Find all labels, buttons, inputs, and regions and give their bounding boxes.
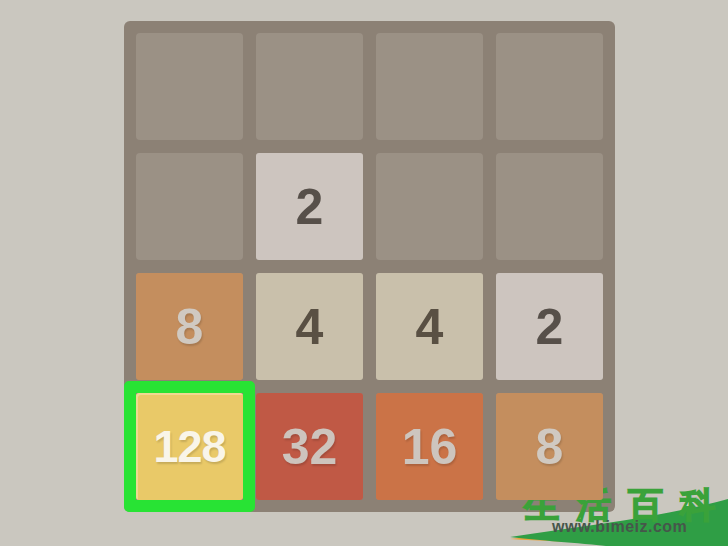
tile-32: 32 [256, 393, 363, 500]
cell-r1c1: 2 [256, 153, 363, 260]
cell-r3c0: 128 [136, 393, 243, 500]
board-grid: 2 8 4 4 2 128 32 16 8 [136, 33, 603, 500]
cell-r2c2: 4 [376, 273, 483, 380]
tile-4: 4 [256, 273, 363, 380]
cell-r0c3 [496, 33, 603, 140]
cell-r0c0 [136, 33, 243, 140]
tile-8: 8 [496, 393, 603, 500]
cell-r0c1 [256, 33, 363, 140]
cell-r0c2 [376, 33, 483, 140]
watermark-url-text: www.bimeiz.com [552, 518, 687, 536]
cell-r3c3: 8 [496, 393, 603, 500]
cell-r1c2 [376, 153, 483, 260]
cell-r1c3 [496, 153, 603, 260]
cell-r3c2: 16 [376, 393, 483, 500]
cell-r1c0 [136, 153, 243, 260]
page: 2 8 4 4 2 128 32 16 8 生活百科 www.bimeiz.co… [0, 0, 728, 546]
tile-2: 2 [256, 153, 363, 260]
cell-r2c0: 8 [136, 273, 243, 380]
tile-128: 128 [136, 393, 243, 500]
cell-r2c3: 2 [496, 273, 603, 380]
tile-8: 8 [136, 273, 243, 380]
cell-r3c1: 32 [256, 393, 363, 500]
tile-4: 4 [376, 273, 483, 380]
cell-r2c1: 4 [256, 273, 363, 380]
2048-board[interactable]: 2 8 4 4 2 128 32 16 8 [124, 21, 615, 512]
tile-2: 2 [496, 273, 603, 380]
tile-16: 16 [376, 393, 483, 500]
highlight-ring [124, 381, 255, 512]
